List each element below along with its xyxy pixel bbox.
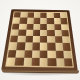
square-r5c4[interactable] xyxy=(32,36,40,43)
board-frame xyxy=(1,9,78,71)
square-r7c8[interactable] xyxy=(63,50,72,58)
square-r3c5[interactable] xyxy=(40,24,47,30)
square-r7c6[interactable] xyxy=(48,50,56,58)
square-r6c4[interactable] xyxy=(32,43,40,50)
square-r8c7[interactable] xyxy=(56,58,65,66)
square-r6c8[interactable] xyxy=(62,43,70,50)
square-r3c8[interactable] xyxy=(61,24,69,30)
square-r7c5[interactable] xyxy=(40,50,48,58)
square-r6c5[interactable] xyxy=(40,43,48,50)
square-r8c5[interactable] xyxy=(40,58,48,66)
square-r5c1[interactable] xyxy=(10,36,18,43)
square-r8c8[interactable] xyxy=(64,58,73,66)
square-r8c1[interactable] xyxy=(7,57,16,65)
square-r7c3[interactable] xyxy=(24,50,32,58)
square-r7c1[interactable] xyxy=(8,50,17,58)
chessboard-wrap xyxy=(1,9,78,71)
square-r6c2[interactable] xyxy=(17,42,25,49)
square-r4c6[interactable] xyxy=(47,30,54,36)
square-r5c7[interactable] xyxy=(54,36,62,43)
board-shadow xyxy=(1,72,79,76)
square-r7c4[interactable] xyxy=(32,50,40,58)
chessboard xyxy=(5,12,74,68)
photo-background xyxy=(0,0,80,80)
square-r8c4[interactable] xyxy=(31,58,39,66)
